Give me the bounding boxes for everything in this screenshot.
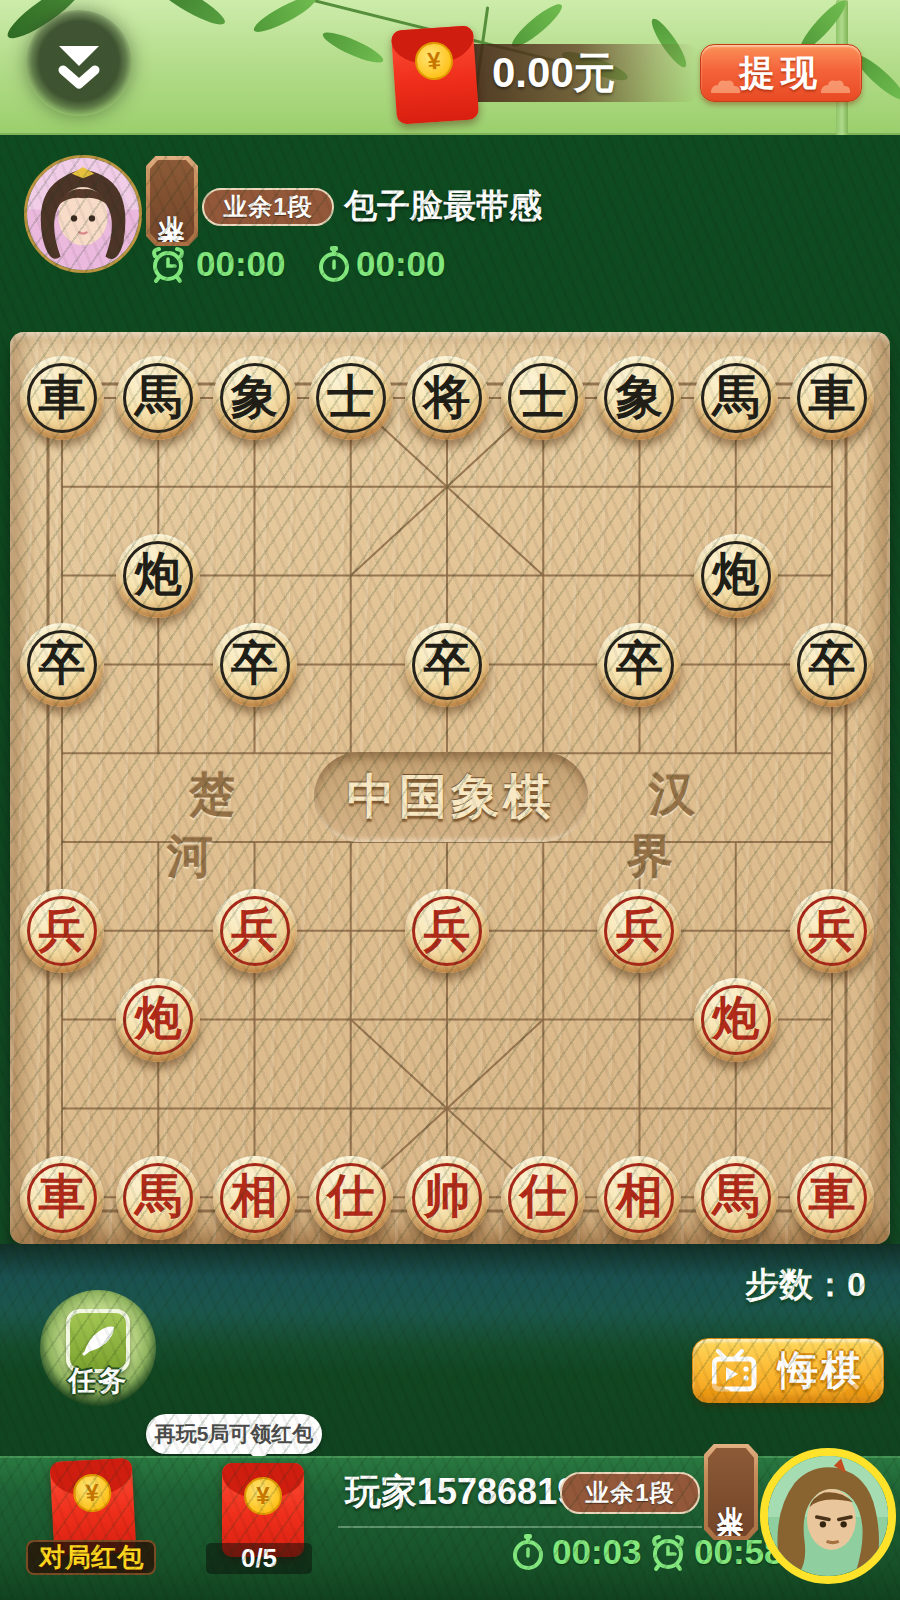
piece-glyph: 卒 <box>39 639 86 686</box>
piece-black-a[interactable]: 士 <box>309 356 393 440</box>
piece-red-N[interactable]: 馬 <box>116 1156 200 1240</box>
stopwatch-icon <box>314 244 354 284</box>
piece-black-k[interactable]: 将 <box>405 356 489 440</box>
piece-red-P[interactable]: 兵 <box>790 889 874 973</box>
piece-glyph: 相 <box>616 1172 663 1219</box>
piece-black-c[interactable]: 炮 <box>694 534 778 618</box>
piece-glyph: 仕 <box>520 1172 567 1219</box>
xiangqi-board[interactable]: 楚河 汉界 中国象棋 車馬象士将士象馬車炮炮卒卒卒卒卒兵兵兵兵兵炮炮車馬相仕帅仕… <box>10 332 890 1244</box>
piece-red-P[interactable]: 兵 <box>213 889 297 973</box>
piece-glyph: 炮 <box>135 550 182 597</box>
piece-glyph: 兵 <box>39 906 86 953</box>
top-bar: 0.00元 ¥ 提现 <box>0 0 900 135</box>
opponent-total-time: 00:00 <box>196 244 286 284</box>
piece-glyph: 帅 <box>423 1172 470 1219</box>
opponent-tier-plaque: 业余 <box>146 156 198 246</box>
coin-icon: ¥ <box>414 41 455 82</box>
piece-glyph: 象 <box>616 373 663 420</box>
piece-red-B[interactable]: 相 <box>213 1156 297 1240</box>
piece-black-p[interactable]: 卒 <box>597 623 681 707</box>
piece-red-A[interactable]: 仕 <box>309 1156 393 1240</box>
alarm-clock-icon <box>148 244 188 284</box>
piece-glyph: 馬 <box>712 373 759 420</box>
piece-glyph: 車 <box>808 1172 855 1219</box>
battle-envelope-label: 对局红包 <box>26 1540 156 1575</box>
piece-glyph: 炮 <box>135 994 182 1041</box>
player-info-divider <box>338 1526 702 1528</box>
cloud-motif-icon <box>709 77 743 97</box>
piece-black-p[interactable]: 卒 <box>790 623 874 707</box>
reward-tooltip: 再玩5局可领红包 <box>146 1414 322 1454</box>
stopwatch-icon <box>508 1532 548 1572</box>
pieces-grid: 車馬象士将士象馬車炮炮卒卒卒卒卒兵兵兵兵兵炮炮車馬相仕帅仕相馬車 <box>14 354 880 1242</box>
piece-glyph: 将 <box>423 373 470 420</box>
piece-red-P[interactable]: 兵 <box>597 889 681 973</box>
piece-red-C[interactable]: 炮 <box>116 978 200 1062</box>
withdraw-label: 提现 <box>739 49 823 98</box>
piece-black-r[interactable]: 車 <box>20 356 104 440</box>
collapse-top-bar-button[interactable] <box>26 10 132 116</box>
undo-button[interactable]: 悔棋 <box>692 1338 884 1403</box>
piece-red-R[interactable]: 車 <box>20 1156 104 1240</box>
piece-black-n[interactable]: 馬 <box>694 356 778 440</box>
piece-glyph: 車 <box>39 1172 86 1219</box>
bamboo-leaf <box>250 0 319 37</box>
piece-glyph: 車 <box>808 373 855 420</box>
piece-glyph: 卒 <box>808 639 855 686</box>
bamboo-leaf <box>151 0 229 31</box>
opponent-avatar[interactable] <box>24 155 142 273</box>
opponent-portrait <box>27 158 139 270</box>
player-move-time: 00:03 <box>552 1532 642 1572</box>
piece-glyph: 兵 <box>808 906 855 953</box>
task-label[interactable]: 任务 <box>40 1362 156 1400</box>
piece-red-N[interactable]: 馬 <box>694 1156 778 1240</box>
piece-red-R[interactable]: 車 <box>790 1156 874 1240</box>
piece-red-B[interactable]: 相 <box>597 1156 681 1240</box>
piece-glyph: 兵 <box>616 906 663 953</box>
app-root: 0.00元 ¥ 提现 <box>0 0 900 1600</box>
cloud-motif-icon <box>841 1380 877 1400</box>
piece-glyph: 仕 <box>327 1172 374 1219</box>
piece-glyph: 相 <box>231 1172 278 1219</box>
player-tier-label: 业余 <box>714 1486 749 1498</box>
envelope-progress: 0/5 <box>206 1543 312 1574</box>
withdraw-button[interactable]: 提现 <box>700 44 862 102</box>
opponent-nickname: 包子脸最带感 <box>344 184 542 229</box>
piece-red-A[interactable]: 仕 <box>501 1156 585 1240</box>
piece-black-b[interactable]: 象 <box>213 356 297 440</box>
piece-glyph: 卒 <box>423 639 470 686</box>
piece-glyph: 士 <box>520 373 567 420</box>
piece-red-P[interactable]: 兵 <box>20 889 104 973</box>
player-rank-badge: 业余1段 <box>560 1472 700 1514</box>
piece-glyph: 炮 <box>712 994 759 1041</box>
piece-red-C[interactable]: 炮 <box>694 978 778 1062</box>
piece-glyph: 士 <box>327 373 374 420</box>
piece-glyph: 車 <box>39 373 86 420</box>
balance-amount: 0.00元 <box>492 45 616 101</box>
red-envelope-icon[interactable]: ¥ <box>391 25 479 124</box>
piece-black-p[interactable]: 卒 <box>213 623 297 707</box>
coin-icon: ¥ <box>244 1477 282 1515</box>
player-portrait <box>768 1456 890 1578</box>
piece-glyph: 馬 <box>135 1172 182 1219</box>
player-avatar[interactable] <box>760 1448 896 1584</box>
piece-black-b[interactable]: 象 <box>597 356 681 440</box>
piece-black-p[interactable]: 卒 <box>20 623 104 707</box>
piece-glyph: 象 <box>231 373 278 420</box>
piece-red-K[interactable]: 帅 <box>405 1156 489 1240</box>
piece-glyph: 卒 <box>231 639 278 686</box>
coin-icon: ¥ <box>72 1473 112 1513</box>
piece-glyph: 兵 <box>231 906 278 953</box>
player-tier-plaque: 业余 <box>704 1444 758 1540</box>
bamboo-leaf <box>320 27 386 68</box>
piece-glyph: 兵 <box>423 906 470 953</box>
piece-black-c[interactable]: 炮 <box>116 534 200 618</box>
cloud-motif-icon <box>699 1380 735 1400</box>
piece-glyph: 炮 <box>712 550 759 597</box>
opponent-tier-label: 业余 <box>155 195 190 207</box>
piece-glyph: 馬 <box>135 373 182 420</box>
opponent-rank-badge: 业余1段 <box>202 188 334 226</box>
piece-black-a[interactable]: 士 <box>501 356 585 440</box>
cloud-motif-icon <box>819 77 853 97</box>
piece-glyph: 馬 <box>712 1172 759 1219</box>
piece-glyph: 卒 <box>616 639 663 686</box>
piece-black-r[interactable]: 車 <box>790 356 874 440</box>
move-counter: 步数：0 <box>745 1262 866 1308</box>
piece-red-P[interactable]: 兵 <box>405 889 489 973</box>
double-chevron-down-icon <box>50 34 108 92</box>
opponent-move-time: 00:00 <box>356 244 446 284</box>
alarm-clock-icon <box>648 1532 688 1572</box>
piece-black-p[interactable]: 卒 <box>405 623 489 707</box>
player-name: 玩家15786819 <box>345 1468 577 1517</box>
piece-black-n[interactable]: 馬 <box>116 356 200 440</box>
